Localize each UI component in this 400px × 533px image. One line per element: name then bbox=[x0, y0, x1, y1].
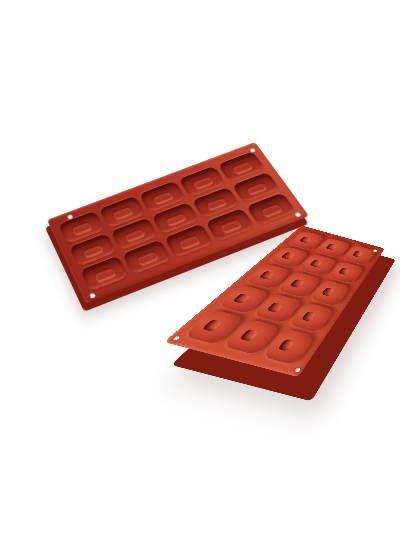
cavity-boss bbox=[113, 207, 133, 219]
cavity-boss bbox=[137, 252, 158, 265]
bump-dimple bbox=[301, 311, 317, 322]
cavity-boss bbox=[83, 245, 103, 258]
bump-dimple bbox=[326, 243, 338, 250]
cavity-boss bbox=[153, 192, 173, 204]
cavity-boss bbox=[206, 198, 226, 210]
bump-dimple bbox=[299, 236, 312, 243]
product-photo bbox=[0, 0, 400, 533]
bump-dimple bbox=[202, 320, 223, 332]
bump-dimple bbox=[290, 279, 305, 288]
bump-dimple bbox=[233, 293, 251, 303]
bump-dimple bbox=[309, 260, 322, 268]
cavity-boss bbox=[261, 204, 282, 216]
cavity-boss bbox=[95, 268, 116, 281]
bump-dimple bbox=[338, 267, 351, 275]
bump-dimple bbox=[352, 250, 363, 257]
bump-dimple bbox=[277, 339, 295, 352]
bump-dimple bbox=[240, 329, 260, 342]
cavity-boss bbox=[246, 183, 266, 195]
cavity-boss bbox=[220, 220, 241, 232]
bump-dimple bbox=[259, 271, 275, 280]
corner-hole-br bbox=[294, 211, 302, 217]
corner-hole-l bbox=[171, 335, 181, 340]
cavity-boss bbox=[72, 222, 92, 234]
bump-dimple bbox=[281, 252, 295, 260]
bump-dimple bbox=[267, 302, 284, 313]
corner-hole-r bbox=[372, 249, 377, 252]
corner-hole-bl bbox=[89, 292, 96, 299]
cavity-boss bbox=[166, 213, 186, 225]
corner-hole-b bbox=[294, 367, 302, 373]
cavity-boss bbox=[179, 236, 200, 249]
bump-dimple bbox=[321, 287, 335, 296]
cavity-boss bbox=[193, 177, 213, 189]
cavity-boss bbox=[125, 229, 145, 241]
cavity-boss bbox=[232, 162, 252, 173]
